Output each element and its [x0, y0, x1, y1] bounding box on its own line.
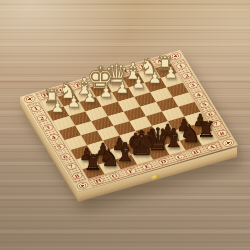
rank-label-4: 4 [192, 91, 205, 99]
rank-label-1: 1 [30, 104, 43, 112]
rank-label-8: 8 [216, 129, 229, 137]
brass-clasp-icon [151, 174, 159, 180]
piece-white-pawn-a2[interactable]: ♟ [164, 67, 178, 82]
piece-white-pawn-g2[interactable]: ♟ [67, 95, 81, 110]
piece-white-pawn-h2[interactable]: ♟ [51, 100, 65, 115]
file-label-c: C [173, 153, 186, 161]
piece-white-pawn-f2[interactable]: ♟ [83, 91, 97, 106]
file-label-g: G [108, 172, 121, 180]
rank-label-6: 6 [59, 153, 72, 161]
rosette-icon [75, 181, 90, 190]
file-label-b: B [189, 148, 202, 156]
file-label-a: A [206, 143, 219, 151]
rank-label-5: 5 [53, 143, 66, 151]
file-label-f: F [125, 167, 138, 175]
piece-white-pawn-e2[interactable]: ♟ [99, 86, 113, 101]
rank-label-2: 2 [180, 71, 193, 79]
piece-black-rook-h8[interactable]: ♜ [83, 153, 102, 174]
rosette-icon [221, 138, 236, 147]
rank-label-2: 2 [35, 114, 48, 122]
file-label-h: H [92, 177, 105, 185]
piece-white-pawn-b2[interactable]: ♟ [148, 72, 162, 87]
rank-label-7: 7 [65, 162, 78, 170]
rank-label-4: 4 [47, 133, 60, 141]
rank-label-5: 5 [198, 100, 211, 108]
piece-white-pawn-d2[interactable]: ♟ [115, 81, 129, 96]
piece-white-pawn-c2[interactable]: ♟ [132, 76, 146, 91]
file-label-d: D [157, 157, 170, 165]
rank-label-3: 3 [41, 124, 54, 132]
rank-label-3: 3 [186, 81, 199, 89]
photo-scene: HGFEDCBA HGFEDCBA 12345678 12345678 ♜♞♝♛… [0, 0, 250, 250]
file-label-e: E [141, 162, 154, 170]
rank-label-8: 8 [71, 172, 84, 180]
